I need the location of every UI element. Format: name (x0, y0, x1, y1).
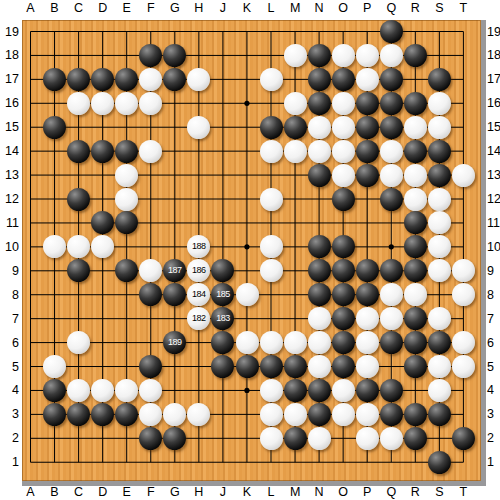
row-label-right: 11 (487, 216, 500, 230)
row-label-right: 2 (487, 431, 494, 445)
stone-white-O16 (332, 92, 355, 115)
stone-white-K6 (236, 331, 259, 354)
stone-white-D4 (91, 379, 114, 402)
stone-white-S16 (428, 92, 451, 115)
column-label-bottom: R (411, 485, 420, 499)
stone-white-B5 (43, 355, 66, 378)
column-label-top: P (363, 1, 371, 15)
stone-black-Q6 (380, 331, 403, 354)
column-label-bottom: E (123, 485, 131, 499)
stone-black-O6 (332, 331, 355, 354)
stone-black-N18 (308, 44, 331, 67)
stone-white-E16 (115, 92, 138, 115)
stone-white-F14 (139, 140, 162, 163)
move-number: 183 (216, 314, 230, 323)
stone-black-C3 (67, 403, 90, 426)
row-label-right: 5 (487, 360, 494, 374)
stone-black-R9 (404, 259, 427, 282)
column-label-top: C (74, 1, 83, 15)
stone-white-S7 (428, 307, 451, 330)
stone-white-Q8 (380, 283, 403, 306)
stone-black-R14 (404, 140, 427, 163)
stone-white-N5 (308, 355, 331, 378)
stone-black-P9 (356, 259, 379, 282)
stone-white-N2 (308, 427, 331, 450)
column-label-bottom: B (50, 485, 58, 499)
column-label-top: T (460, 1, 468, 15)
stone-white-N6 (308, 331, 331, 354)
move-number: 186 (192, 266, 206, 275)
stone-white-T13 (452, 164, 475, 187)
column-label-bottom: F (147, 485, 155, 499)
column-label-top: A (26, 1, 34, 15)
stone-white-D16 (91, 92, 114, 115)
stone-white-O4 (332, 379, 355, 402)
row-label-left: 10 (0, 240, 19, 254)
stone-white-O15 (332, 116, 355, 139)
stone-white-R8 (404, 283, 427, 306)
column-label-bottom: O (338, 485, 348, 499)
stone-black-C14 (67, 140, 90, 163)
stone-black-N9 (308, 259, 331, 282)
stone-white-E13 (115, 164, 138, 187)
column-label-bottom: N (315, 485, 324, 499)
stone-black-S17 (428, 68, 451, 91)
row-label-left: 16 (0, 96, 19, 110)
column-label-bottom: Q (386, 485, 396, 499)
stone-black-N13 (308, 164, 331, 187)
stone-white-M14 (284, 140, 307, 163)
stone-black-L15 (260, 116, 283, 139)
stone-black-R2 (404, 427, 427, 450)
stone-black-B4 (43, 379, 66, 402)
column-label-bottom: H (194, 485, 203, 499)
stone-white-L4 (260, 379, 283, 402)
stone-white-R12 (404, 188, 427, 211)
stone-white-S4 (428, 379, 451, 402)
stone-black-S13 (428, 164, 451, 187)
row-label-right: 1 (487, 455, 494, 469)
stone-black-R16 (404, 92, 427, 115)
column-label-bottom: J (220, 485, 226, 499)
stone-black-N4 (308, 379, 331, 402)
stone-white-R15 (404, 116, 427, 139)
stone-black-B15 (43, 116, 66, 139)
row-label-left: 8 (0, 288, 19, 302)
row-label-left: 12 (0, 192, 19, 206)
stone-black-Q3 (380, 403, 403, 426)
stone-black-Q17 (380, 68, 403, 91)
stone-black-C12 (67, 188, 90, 211)
stone-black-O12 (332, 188, 355, 211)
column-label-top: L (268, 1, 275, 15)
row-label-left: 17 (0, 72, 19, 86)
stone-white-P17 (356, 68, 379, 91)
row-label-left: 18 (0, 48, 19, 62)
stone-white-O14 (332, 140, 355, 163)
row-label-left: 11 (0, 216, 19, 230)
row-label-left: 15 (0, 120, 19, 134)
stone-white-C16 (67, 92, 90, 115)
stone-black-P16 (356, 92, 379, 115)
stone-black-N17 (308, 68, 331, 91)
stone-black-N16 (308, 92, 331, 115)
row-label-right: 16 (487, 96, 500, 110)
stone-white-L3 (260, 403, 283, 426)
move-number: 185 (216, 290, 230, 299)
stone-black-O5 (332, 355, 355, 378)
column-label-bottom: L (268, 485, 275, 499)
stone-black-M2 (284, 427, 307, 450)
stone-black-C17 (67, 68, 90, 91)
stone-black-E14 (115, 140, 138, 163)
stone-white-L10 (260, 235, 283, 258)
stone-black-O7 (332, 307, 355, 330)
stone-white-T6 (452, 331, 475, 354)
stone-white-R13 (404, 164, 427, 187)
stone-white-L6 (260, 331, 283, 354)
column-label-bottom: M (290, 485, 300, 499)
stone-white-O18 (332, 44, 355, 67)
column-label-bottom: A (26, 485, 34, 499)
stone-black-O8 (332, 283, 355, 306)
move-number: 187 (168, 266, 182, 275)
stone-white-L14 (260, 140, 283, 163)
row-label-left: 6 (0, 336, 19, 350)
stone-black-S1 (428, 451, 451, 474)
stone-black-S6 (428, 331, 451, 354)
stone-white-C4 (67, 379, 90, 402)
column-label-bottom: T (460, 485, 468, 499)
stone-white-N7 (308, 307, 331, 330)
stone-black-M15 (284, 116, 307, 139)
row-label-right: 6 (487, 336, 494, 350)
stone-black-N3 (308, 403, 331, 426)
stone-black-Q12 (380, 188, 403, 211)
column-label-top: S (435, 1, 443, 15)
stone-white-P3 (356, 403, 379, 426)
row-label-right: 13 (487, 168, 500, 182)
stone-black-P8 (356, 283, 379, 306)
stone-white-Q2 (380, 427, 403, 450)
stone-white-N15 (308, 116, 331, 139)
stone-black-P15 (356, 116, 379, 139)
stone-white-M6 (284, 331, 307, 354)
stone-white-T8 (452, 283, 475, 306)
stone-black-E3 (115, 403, 138, 426)
column-label-bottom: S (435, 485, 443, 499)
stone-black-P13 (356, 164, 379, 187)
stone-white-T5 (452, 355, 475, 378)
stone-white-P5 (356, 355, 379, 378)
stone-white-N14 (308, 140, 331, 163)
move-number: 182 (192, 314, 206, 323)
row-label-right: 10 (487, 240, 500, 254)
stone-black-N8 (308, 283, 331, 306)
stone-white-L9 (260, 259, 283, 282)
row-label-left: 4 (0, 383, 19, 397)
stone-white-P18 (356, 44, 379, 67)
column-label-top: R (411, 1, 420, 15)
stone-white-Q7 (380, 307, 403, 330)
stone-white-P6 (356, 331, 379, 354)
column-label-top: H (194, 1, 203, 15)
stone-white-S15 (428, 116, 451, 139)
row-label-left: 13 (0, 168, 19, 182)
column-label-bottom: G (170, 485, 180, 499)
row-label-left: 7 (0, 312, 19, 326)
column-label-bottom: K (243, 485, 251, 499)
row-label-left: 1 (0, 455, 19, 469)
star-point (244, 388, 249, 393)
stone-black-S14 (428, 140, 451, 163)
stone-white-P7 (356, 307, 379, 330)
column-label-bottom: C (74, 485, 83, 499)
stone-black-Q15 (380, 116, 403, 139)
stone-black-R6 (404, 331, 427, 354)
stone-black-D17 (91, 68, 114, 91)
board-shadow-right (481, 20, 486, 486)
column-label-top: E (123, 1, 131, 15)
stone-white-M18 (284, 44, 307, 67)
stone-black-S3 (428, 403, 451, 426)
row-label-left: 5 (0, 360, 19, 374)
column-label-top: N (315, 1, 324, 15)
stone-white-M16 (284, 92, 307, 115)
stone-white-L2 (260, 427, 283, 450)
stone-white-L12 (260, 188, 283, 211)
row-label-right: 14 (487, 144, 500, 158)
row-label-right: 4 (487, 383, 494, 397)
star-point (244, 244, 249, 249)
stone-black-L5 (260, 355, 283, 378)
stone-black-M5 (284, 355, 307, 378)
stone-white-L17 (260, 68, 283, 91)
stone-white-F16 (139, 92, 162, 115)
stone-black-Q9 (380, 259, 403, 282)
stone-black-Q4 (380, 379, 403, 402)
column-label-top: G (170, 1, 180, 15)
stone-black-O10 (332, 235, 355, 258)
stone-white-E4 (115, 379, 138, 402)
stone-white-H15 (187, 116, 210, 139)
column-label-top: Q (386, 1, 396, 15)
stone-white-O3 (332, 403, 355, 426)
stone-white-E12 (115, 188, 138, 211)
row-label-right: 15 (487, 120, 500, 134)
stone-white-K8 (236, 283, 259, 306)
stone-black-B3 (43, 403, 66, 426)
stone-black-T2 (452, 427, 475, 450)
stone-black-G2 (163, 427, 186, 450)
move-number: 189 (168, 338, 182, 347)
stone-white-P2 (356, 427, 379, 450)
row-label-left: 2 (0, 431, 19, 445)
row-label-right: 17 (487, 72, 500, 86)
stone-black-N10 (308, 235, 331, 258)
stone-black-Q19 (380, 20, 403, 43)
stone-white-S12 (428, 188, 451, 211)
star-point (389, 244, 394, 249)
stone-white-Q18 (380, 44, 403, 67)
stone-black-E17 (115, 68, 138, 91)
row-label-right: 3 (487, 407, 494, 421)
stone-black-R5 (404, 355, 427, 378)
row-label-right: 9 (487, 264, 494, 278)
row-label-right: 12 (487, 192, 500, 206)
row-label-left: 14 (0, 144, 19, 158)
column-label-top: J (220, 1, 226, 15)
column-label-top: K (243, 1, 251, 15)
stone-black-P4 (356, 379, 379, 402)
stone-black-B17 (43, 68, 66, 91)
row-label-right: 7 (487, 312, 494, 326)
stone-black-F2 (139, 427, 162, 450)
stone-black-R18 (404, 44, 427, 67)
column-label-top: O (338, 1, 348, 15)
column-label-top: D (98, 1, 107, 15)
column-label-top: F (147, 1, 155, 15)
column-label-bottom: D (98, 485, 107, 499)
stone-white-S5 (428, 355, 451, 378)
stone-black-Q16 (380, 92, 403, 115)
stone-black-D14 (91, 140, 114, 163)
stone-black-O17 (332, 68, 355, 91)
stone-white-Q14 (380, 140, 403, 163)
go-game-screenshot: AABBCCDDEEFFGGHHJJKKLLMMNNOOPPQQRRSSTT19… (0, 0, 500, 500)
stone-black-P14 (356, 140, 379, 163)
star-point (244, 101, 249, 106)
stone-white-Q13 (380, 164, 403, 187)
stone-black-D3 (91, 403, 114, 426)
stone-black-R7 (404, 307, 427, 330)
row-label-right: 19 (487, 25, 500, 39)
move-number: 184 (192, 290, 206, 299)
row-label-left: 3 (0, 407, 19, 421)
row-label-left: 9 (0, 264, 19, 278)
row-label-right: 8 (487, 288, 494, 302)
column-label-top: M (290, 1, 300, 15)
move-number: 188 (192, 242, 206, 251)
stone-white-O13 (332, 164, 355, 187)
stone-black-O9 (332, 259, 355, 282)
stone-white-M3 (284, 403, 307, 426)
column-label-bottom: P (363, 485, 371, 499)
stone-black-R3 (404, 403, 427, 426)
row-label-right: 18 (487, 48, 500, 62)
column-label-top: B (50, 1, 58, 15)
row-label-left: 19 (0, 25, 19, 39)
stone-black-K5 (236, 355, 259, 378)
stone-black-M4 (284, 379, 307, 402)
